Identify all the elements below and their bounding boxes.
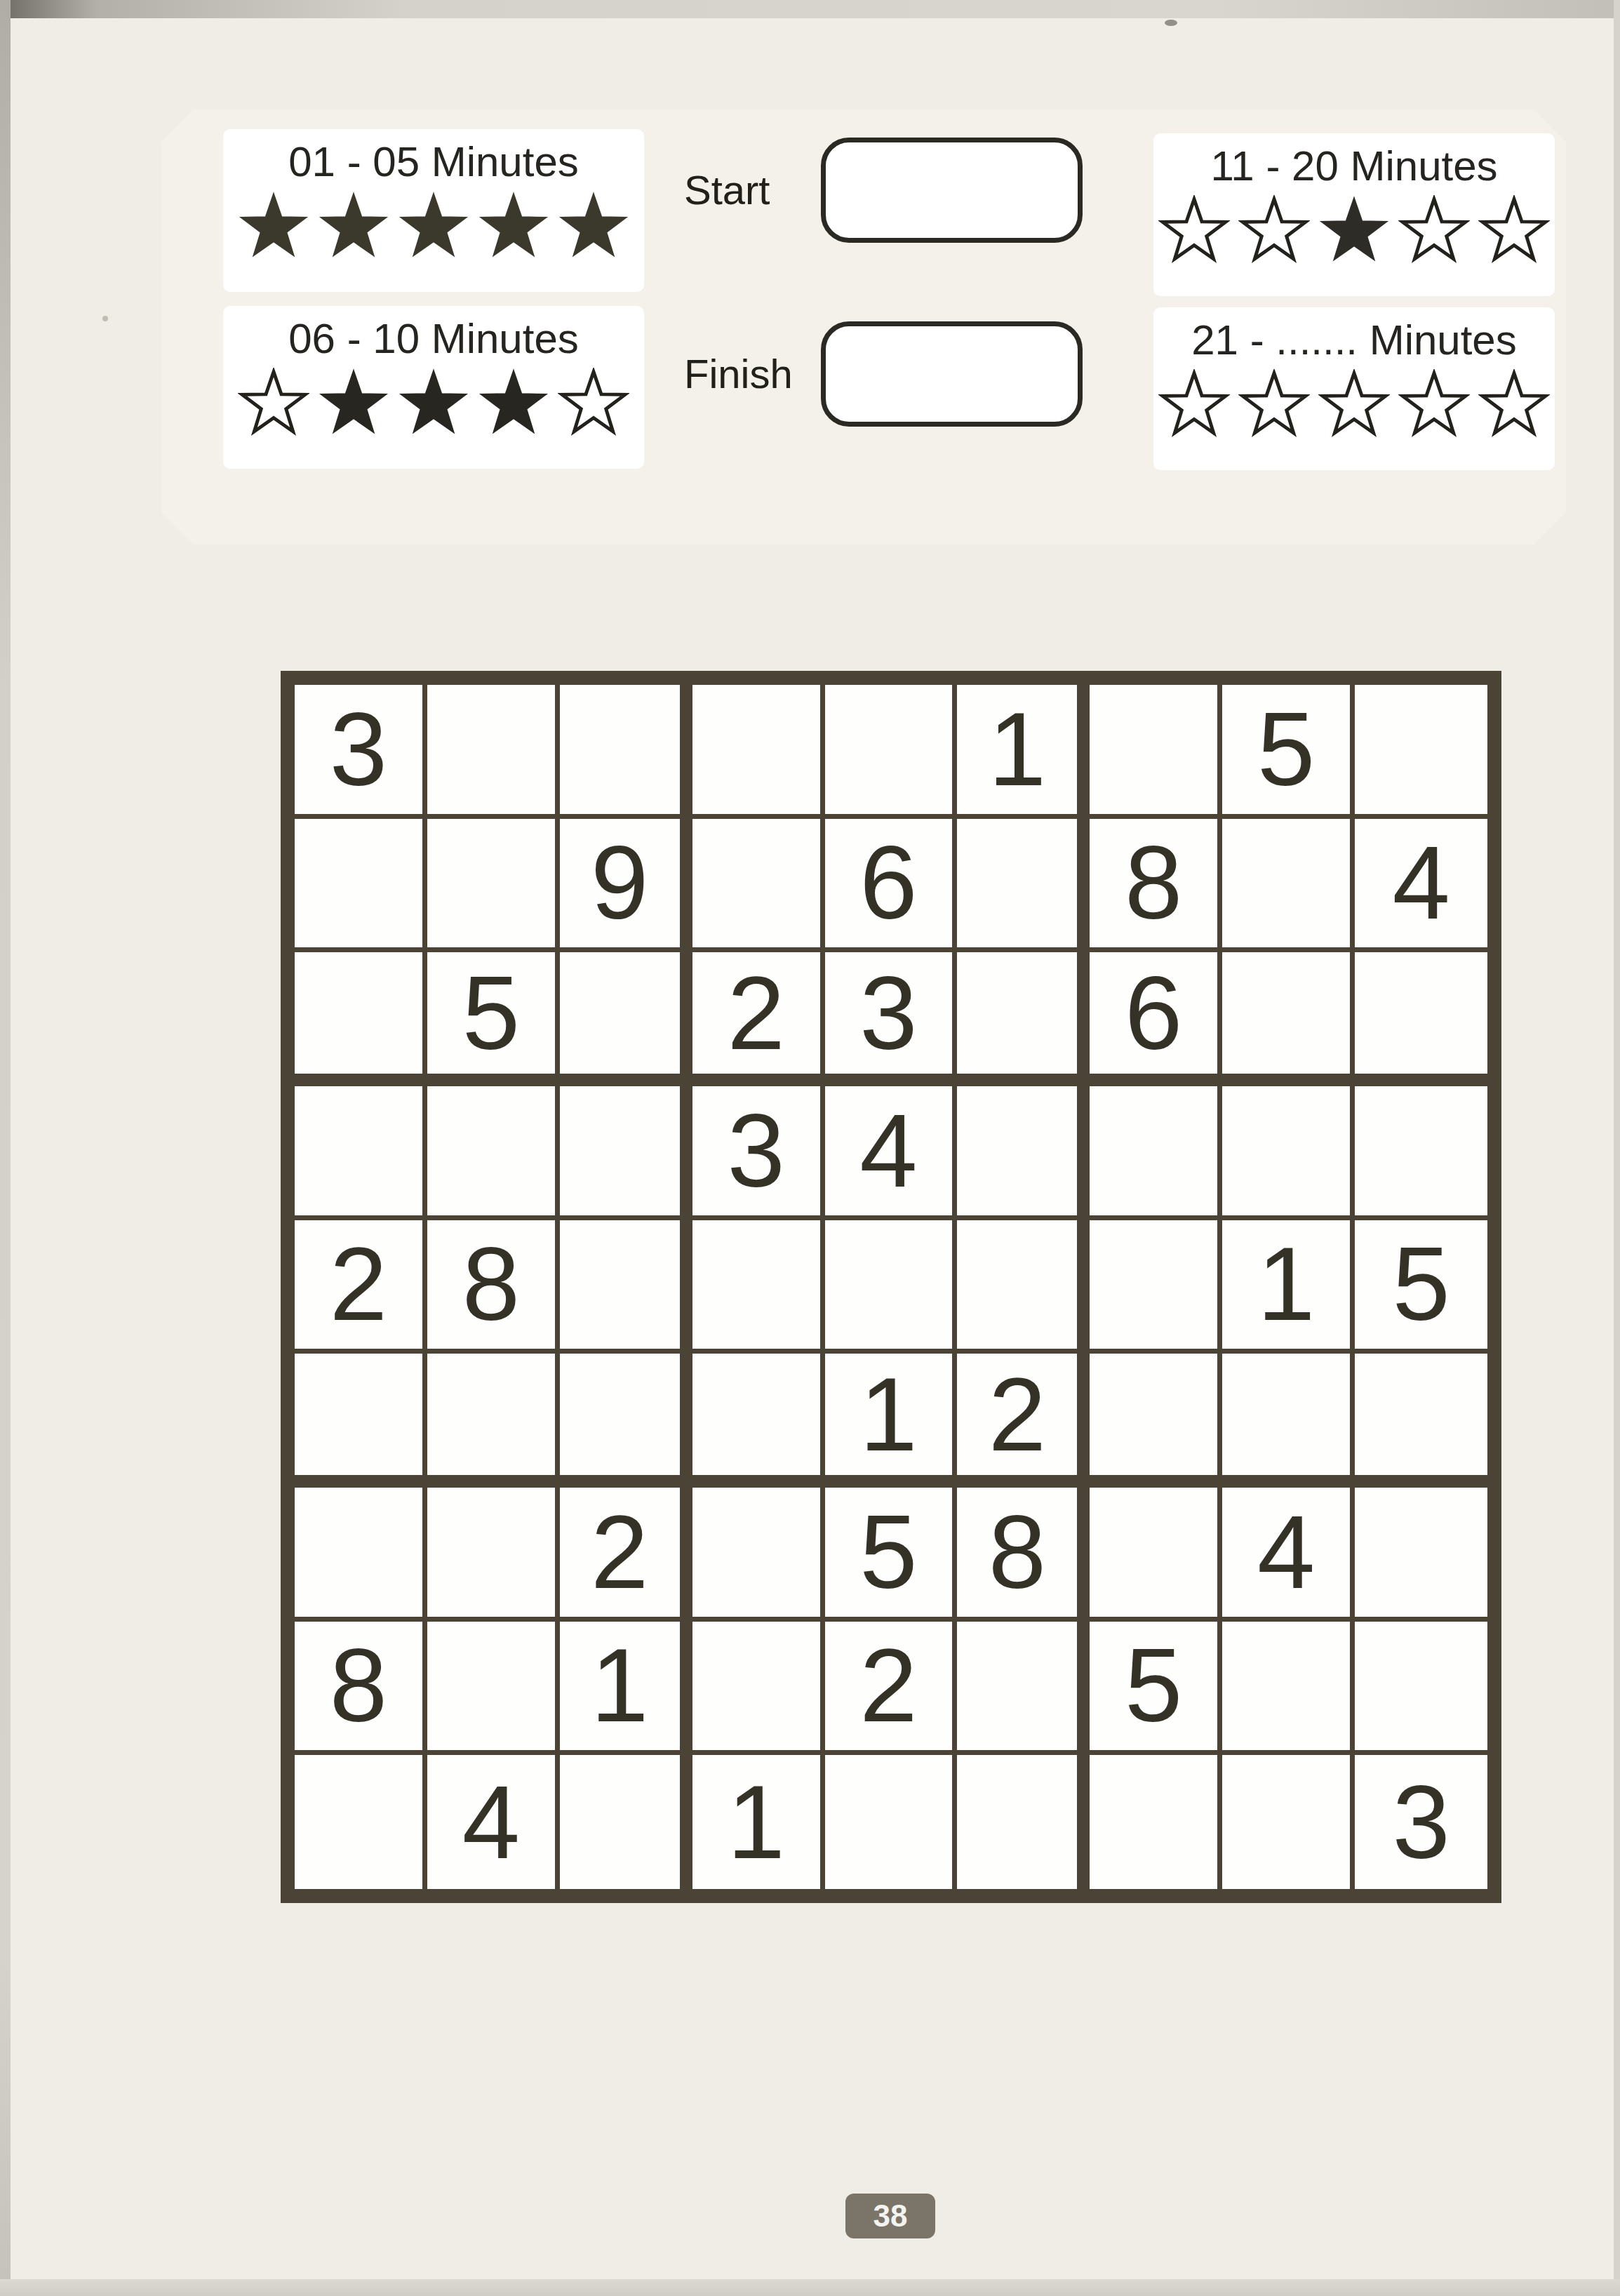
- puzzle-book-page: 01 - 05 Minutes 06 - 10 Minutes 11 - 20 …: [0, 0, 1620, 2296]
- sudoku-cell-r2c2[interactable]: [427, 819, 560, 953]
- scan-edge-bottom: [0, 2279, 1620, 2296]
- star-outline-icon: [1478, 369, 1550, 438]
- sudoku-cell-r4c2[interactable]: [427, 1086, 560, 1220]
- sudoku-cell-r1c1[interactable]: 3: [295, 685, 427, 819]
- star-filled-icon: [318, 368, 389, 436]
- sudoku-cell-r2c6[interactable]: [957, 819, 1090, 953]
- star-outline-icon: [1158, 369, 1230, 438]
- sudoku-cell-r4c5[interactable]: 4: [825, 1086, 958, 1220]
- page-number-badge: 38: [845, 2194, 935, 2238]
- rating-block-21-plus: 21 - ....... Minutes: [1153, 307, 1555, 470]
- sudoku-cell-r7c9[interactable]: [1355, 1488, 1487, 1622]
- star-rating-21-plus: [1153, 369, 1555, 438]
- sudoku-cell-r3c8[interactable]: [1222, 952, 1355, 1086]
- sudoku-cell-r8c3[interactable]: 1: [560, 1622, 692, 1756]
- sudoku-cell-r5c6[interactable]: [957, 1220, 1090, 1354]
- sudoku-cell-r7c8[interactable]: 4: [1222, 1488, 1355, 1622]
- sudoku-cell-r7c1[interactable]: [295, 1488, 427, 1622]
- sudoku-cell-r3c2[interactable]: 5: [427, 952, 560, 1086]
- sudoku-cell-r6c5[interactable]: 1: [825, 1354, 958, 1488]
- sudoku-cell-r6c4[interactable]: [692, 1354, 825, 1488]
- star-rating-06-10: [223, 368, 644, 436]
- sudoku-cell-r1c3[interactable]: [560, 685, 692, 819]
- sudoku-cell-r6c9[interactable]: [1355, 1354, 1487, 1488]
- star-outline-icon: [1398, 195, 1470, 264]
- sudoku-cell-r8c1[interactable]: 8: [295, 1622, 427, 1756]
- star-outline-icon: [1158, 195, 1230, 264]
- sudoku-cell-r3c9[interactable]: [1355, 952, 1487, 1086]
- sudoku-cell-r8c8[interactable]: [1222, 1622, 1355, 1756]
- sudoku-cell-r5c5[interactable]: [825, 1220, 958, 1354]
- scan-speck: [102, 316, 108, 321]
- sudoku-cell-r9c3[interactable]: [560, 1755, 692, 1889]
- sudoku-cell-r6c3[interactable]: [560, 1354, 692, 1488]
- star-filled-icon: [398, 191, 469, 260]
- sudoku-cell-r4c3[interactable]: [560, 1086, 692, 1220]
- star-filled-icon: [1318, 195, 1390, 264]
- sudoku-cell-r9c6[interactable]: [957, 1755, 1090, 1889]
- star-outline-icon: [1238, 195, 1310, 264]
- sudoku-cell-r8c2[interactable]: [427, 1622, 560, 1756]
- sudoku-cell-r5c2[interactable]: 8: [427, 1220, 560, 1354]
- sudoku-cell-r6c7[interactable]: [1090, 1354, 1222, 1488]
- sudoku-cell-r7c6[interactable]: 8: [957, 1488, 1090, 1622]
- sudoku-cell-r4c4[interactable]: 3: [692, 1086, 825, 1220]
- sudoku-cell-r7c5[interactable]: 5: [825, 1488, 958, 1622]
- scan-edge-right: [1614, 0, 1620, 2296]
- sudoku-cell-r2c8[interactable]: [1222, 819, 1355, 953]
- sudoku-cell-r2c5[interactable]: 6: [825, 819, 958, 953]
- sudoku-cell-r8c4[interactable]: [692, 1622, 825, 1756]
- sudoku-cell-r4c6[interactable]: [957, 1086, 1090, 1220]
- sudoku-cell-r9c1[interactable]: [295, 1755, 427, 1889]
- star-filled-icon: [398, 368, 469, 436]
- sudoku-cell-r7c7[interactable]: [1090, 1488, 1222, 1622]
- rating-block-01-05: 01 - 05 Minutes: [223, 129, 644, 292]
- rating-range-label: 01 - 05 Minutes: [223, 140, 644, 184]
- sudoku-cell-r3c1[interactable]: [295, 952, 427, 1086]
- scan-edge-left: [0, 0, 11, 2296]
- sudoku-cell-r1c7[interactable]: [1090, 685, 1222, 819]
- sudoku-cell-r2c7[interactable]: 8: [1090, 819, 1222, 953]
- sudoku-cell-r5c9[interactable]: 5: [1355, 1220, 1487, 1354]
- sudoku-cell-r4c8[interactable]: [1222, 1086, 1355, 1220]
- sudoku-cell-r1c4[interactable]: [692, 685, 825, 819]
- sudoku-cell-r9c8[interactable]: [1222, 1755, 1355, 1889]
- sudoku-cell-r2c4[interactable]: [692, 819, 825, 953]
- sudoku-cell-r4c1[interactable]: [295, 1086, 427, 1220]
- sudoku-cell-r6c6[interactable]: 2: [957, 1354, 1090, 1488]
- sudoku-cell-r1c2[interactable]: [427, 685, 560, 819]
- star-outline-icon: [1318, 369, 1390, 438]
- sudoku-cell-r1c8[interactable]: 5: [1222, 685, 1355, 819]
- time-rating-panel: 01 - 05 Minutes 06 - 10 Minutes 11 - 20 …: [161, 109, 1566, 545]
- sudoku-cell-r9c9[interactable]: 3: [1355, 1755, 1487, 1889]
- sudoku-cell-r9c4[interactable]: 1: [692, 1755, 825, 1889]
- sudoku-cell-r9c2[interactable]: 4: [427, 1755, 560, 1889]
- star-outline-icon: [1398, 369, 1470, 438]
- sudoku-cell-r8c7[interactable]: 5: [1090, 1622, 1222, 1756]
- sudoku-cell-r9c5[interactable]: [825, 1755, 958, 1889]
- sudoku-cell-r7c3[interactable]: 2: [560, 1488, 692, 1622]
- finish-label: Finish: [684, 353, 793, 395]
- star-filled-icon: [478, 368, 549, 436]
- sudoku-cell-r2c3[interactable]: 9: [560, 819, 692, 953]
- star-outline-icon: [1238, 369, 1310, 438]
- sudoku-cell-r6c8[interactable]: [1222, 1354, 1355, 1488]
- star-filled-icon: [478, 191, 549, 260]
- sudoku-cell-r4c9[interactable]: [1355, 1086, 1487, 1220]
- sudoku-cell-r1c9[interactable]: [1355, 685, 1487, 819]
- sudoku-cell-r3c4[interactable]: 2: [692, 952, 825, 1086]
- sudoku-grid: 315968452363428151225848125413: [281, 671, 1501, 1903]
- star-outline-icon: [238, 368, 309, 436]
- star-filled-icon: [558, 191, 629, 260]
- sudoku-cell-r7c4[interactable]: [692, 1488, 825, 1622]
- sudoku-cell-r7c2[interactable]: [427, 1488, 560, 1622]
- sudoku-cell-r5c8[interactable]: 1: [1222, 1220, 1355, 1354]
- scan-edge-top: [0, 0, 1620, 18]
- start-label: Start: [684, 169, 770, 211]
- sudoku-cell-r3c7[interactable]: 6: [1090, 952, 1222, 1086]
- sudoku-cell-r3c3[interactable]: [560, 952, 692, 1086]
- star-rating-11-20: [1153, 195, 1555, 264]
- sudoku-cell-r5c4[interactable]: [692, 1220, 825, 1354]
- sudoku-cell-r9c7[interactable]: [1090, 1755, 1222, 1889]
- sudoku-cell-r8c9[interactable]: [1355, 1622, 1487, 1756]
- start-time-field[interactable]: [821, 138, 1083, 243]
- scan-speck: [1165, 20, 1177, 26]
- rating-range-label: 21 - ....... Minutes: [1153, 319, 1555, 362]
- sudoku-cell-r3c5[interactable]: 3: [825, 952, 958, 1086]
- sudoku-cell-r5c7[interactable]: [1090, 1220, 1222, 1354]
- star-outline-icon: [1478, 195, 1550, 264]
- sudoku-cell-r6c2[interactable]: [427, 1354, 560, 1488]
- rating-block-06-10: 06 - 10 Minutes: [223, 306, 644, 469]
- star-rating-01-05: [223, 191, 644, 260]
- sudoku-cell-r1c6[interactable]: 1: [957, 685, 1090, 819]
- sudoku-cell-r5c1[interactable]: 2: [295, 1220, 427, 1354]
- sudoku-cell-r8c6[interactable]: [957, 1622, 1090, 1756]
- finish-time-field[interactable]: [821, 321, 1083, 427]
- sudoku-cell-r2c9[interactable]: 4: [1355, 819, 1487, 953]
- sudoku-cell-r6c1[interactable]: [295, 1354, 427, 1488]
- sudoku-cell-r5c3[interactable]: [560, 1220, 692, 1354]
- sudoku-cell-r2c1[interactable]: [295, 819, 427, 953]
- sudoku-cell-r1c5[interactable]: [825, 685, 958, 819]
- star-outline-icon: [558, 368, 629, 436]
- rating-range-label: 06 - 10 Minutes: [223, 317, 644, 361]
- star-filled-icon: [318, 191, 389, 260]
- rating-block-11-20: 11 - 20 Minutes: [1153, 133, 1555, 296]
- sudoku-cell-r3c6[interactable]: [957, 952, 1090, 1086]
- sudoku-cell-r4c7[interactable]: [1090, 1086, 1222, 1220]
- rating-range-label: 11 - 20 Minutes: [1153, 145, 1555, 188]
- star-filled-icon: [238, 191, 309, 260]
- sudoku-cell-r8c5[interactable]: 2: [825, 1622, 958, 1756]
